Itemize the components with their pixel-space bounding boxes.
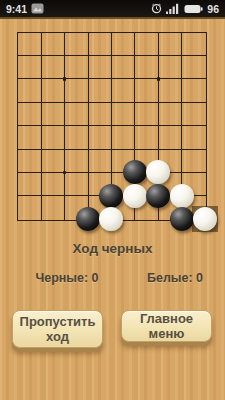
status-battery-percent: 96 <box>207 3 219 15</box>
white-stone <box>146 160 170 184</box>
turn-indicator: Ход черных <box>0 241 225 256</box>
black-stone <box>146 184 170 208</box>
black-score: Черные: 0 <box>35 271 98 285</box>
stones-layer <box>18 33 205 220</box>
signal-strength-icon <box>166 3 180 14</box>
white-stone <box>170 184 194 208</box>
white-score: Белые: 0 <box>147 271 203 285</box>
app-screen: 9:41 96 <box>0 0 225 400</box>
status-time: 9:41 <box>6 3 27 15</box>
status-bar: 9:41 96 <box>0 0 225 19</box>
black-stone <box>123 160 147 184</box>
star-point <box>157 77 161 81</box>
black-stone <box>76 207 100 231</box>
star-point <box>63 171 67 175</box>
black-stone <box>170 207 194 231</box>
photo-icon <box>31 3 44 14</box>
alarm-clock-icon <box>151 3 162 14</box>
white-stone <box>123 184 147 208</box>
white-stone <box>99 207 123 231</box>
black-stone <box>99 184 123 208</box>
main-menu-button[interactable]: Главное меню <box>121 310 212 342</box>
pass-move-button[interactable]: Пропустить ход <box>12 310 103 348</box>
status-left: 9:41 <box>6 3 44 15</box>
star-point <box>63 77 67 81</box>
battery-icon <box>184 4 203 14</box>
status-right: 96 <box>151 3 219 15</box>
go-board[interactable] <box>17 32 206 221</box>
